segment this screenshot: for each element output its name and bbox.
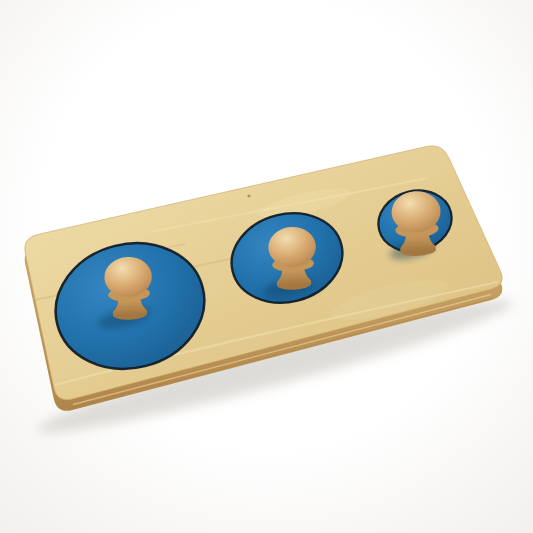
product-photo: Tilted light-wood rectangular puzzle boa… bbox=[0, 0, 533, 533]
wood-knot-speck bbox=[247, 194, 250, 197]
